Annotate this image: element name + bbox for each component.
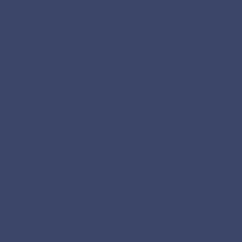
chess-board <box>0 0 242 242</box>
